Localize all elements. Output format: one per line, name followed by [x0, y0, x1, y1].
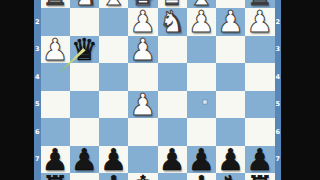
square-d5[interactable] [158, 91, 187, 119]
square-g7[interactable]: ♟ [70, 146, 99, 174]
square-e8[interactable]: ♚ [128, 173, 157, 180]
piece-black-knight-b8[interactable]: ♞ [217, 173, 244, 180]
square-f8[interactable]: ♝ [99, 173, 128, 180]
piece-white-knight-g1[interactable]: ♞ [71, 0, 98, 8]
square-a4[interactable] [245, 63, 274, 91]
rank-label-right-6: 6 [274, 128, 282, 135]
mouse-cursor [202, 99, 208, 105]
square-a3[interactable] [245, 36, 274, 64]
square-b4[interactable] [216, 63, 245, 91]
square-b8[interactable]: ♞ [216, 173, 245, 180]
square-d4[interactable] [158, 63, 187, 91]
piece-black-pawn-g7[interactable]: ♟ [71, 146, 98, 174]
piece-white-knight-d2[interactable]: ♞ [159, 8, 186, 36]
square-f4[interactable] [99, 63, 128, 91]
piece-black-rook-h8[interactable]: ♜ [42, 173, 69, 180]
piece-white-pawn-b2[interactable]: ♟ [217, 8, 244, 36]
square-e6[interactable] [128, 118, 157, 146]
square-b2[interactable]: ♟ [216, 8, 245, 36]
square-c4[interactable] [187, 63, 216, 91]
square-e5[interactable]: ♟ [128, 91, 157, 119]
square-e3[interactable]: ♟ [128, 36, 157, 64]
square-d3[interactable] [158, 36, 187, 64]
rank-label-right-4: 4 [274, 73, 282, 80]
rank-label-left-4: 4 [34, 73, 42, 80]
chess-app-frame: ♜♞♝♚♛♝♜♟♞♟♟♟♟♛♟♟♟♟♟♟♟♟♟♜♝♚♝♞♜ 2345672345… [0, 0, 320, 180]
piece-black-bishop-f8[interactable]: ♝ [100, 173, 127, 180]
square-d7[interactable]: ♟ [158, 146, 187, 174]
square-f3[interactable] [99, 36, 128, 64]
square-g5[interactable] [70, 91, 99, 119]
rank-label-left-7: 7 [34, 156, 42, 163]
piece-white-pawn-e5[interactable]: ♟ [129, 91, 156, 119]
square-c5[interactable] [187, 91, 216, 119]
square-g8[interactable] [70, 173, 99, 180]
rank-label-right-5: 5 [274, 101, 282, 108]
piece-white-pawn-a2[interactable]: ♟ [246, 8, 273, 36]
piece-white-pawn-h3[interactable]: ♟ [42, 36, 69, 64]
square-a8[interactable]: ♜ [245, 173, 274, 180]
square-h3[interactable]: ♟ [41, 36, 70, 64]
piece-black-rook-a8[interactable]: ♜ [246, 173, 273, 180]
square-h4[interactable] [41, 63, 70, 91]
square-a2[interactable]: ♟ [245, 8, 274, 36]
rank-label-right-3: 3 [274, 46, 282, 53]
square-b3[interactable] [216, 36, 245, 64]
square-g3[interactable]: ♛ [70, 36, 99, 64]
square-g4[interactable] [70, 63, 99, 91]
square-f5[interactable] [99, 91, 128, 119]
rank-label-left-2: 2 [34, 18, 42, 25]
square-c8[interactable]: ♝ [187, 173, 216, 180]
square-b5[interactable] [216, 91, 245, 119]
piece-black-queen-g3[interactable]: ♛ [71, 36, 98, 64]
piece-black-pawn-d7[interactable]: ♟ [159, 146, 186, 174]
square-a5[interactable] [245, 91, 274, 119]
piece-white-pawn-e3[interactable]: ♟ [129, 36, 156, 64]
rank-label-left-5: 5 [34, 101, 42, 108]
rank-label-left-6: 6 [34, 128, 42, 135]
square-d2[interactable]: ♞ [158, 8, 187, 36]
rank-label-right-7: 7 [274, 156, 282, 163]
piece-black-king-e8[interactable]: ♚ [129, 173, 156, 180]
square-h5[interactable] [41, 91, 70, 119]
piece-white-bishop-f1[interactable]: ♝ [100, 0, 127, 8]
square-h1[interactable]: ♜ [41, 0, 70, 8]
rank-label-left-3: 3 [34, 46, 42, 53]
chess-board[interactable]: ♜♞♝♚♛♝♜♟♞♟♟♟♟♛♟♟♟♟♟♟♟♟♟♜♝♚♝♞♜ [41, 0, 275, 180]
square-f1[interactable]: ♝ [99, 0, 128, 8]
piece-white-pawn-c2[interactable]: ♟ [188, 8, 215, 36]
square-c2[interactable]: ♟ [187, 8, 216, 36]
piece-white-rook-h1[interactable]: ♜ [42, 0, 69, 8]
rank-label-strip-right [275, 0, 282, 180]
square-f2[interactable] [99, 8, 128, 36]
square-h8[interactable]: ♜ [41, 173, 70, 180]
square-d8[interactable] [158, 173, 187, 180]
square-c3[interactable] [187, 36, 216, 64]
piece-black-bishop-c8[interactable]: ♝ [188, 173, 215, 180]
rank-label-right-2: 2 [274, 18, 282, 25]
square-g1[interactable]: ♞ [70, 0, 99, 8]
